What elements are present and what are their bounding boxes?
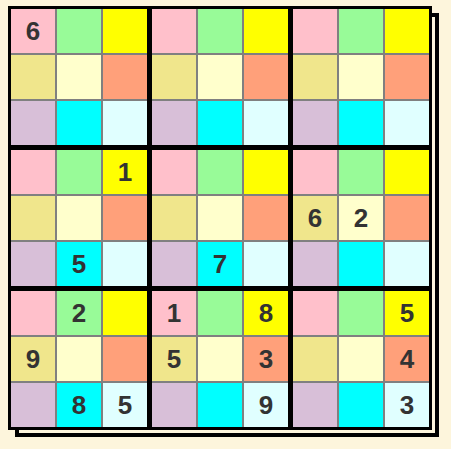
cell-r4c2[interactable]	[57, 150, 101, 194]
page: 615762298518539543	[0, 0, 451, 430]
cell-r6c1[interactable]	[11, 242, 55, 286]
cell-r6c2[interactable]: 5	[57, 242, 101, 286]
cell-r3c6[interactable]	[244, 101, 288, 145]
cell-r2c1[interactable]	[11, 55, 55, 99]
box-8: 18539	[152, 291, 288, 427]
cell-r5c2[interactable]	[57, 196, 101, 240]
cell-r8c5[interactable]	[198, 337, 242, 381]
cell-r5c9[interactable]	[385, 196, 429, 240]
cell-r6c3[interactable]	[103, 242, 147, 286]
box-4: 15	[11, 150, 147, 286]
sudoku-board-wrapper: 615762298518539543	[8, 6, 432, 430]
cell-r8c3[interactable]	[103, 337, 147, 381]
cell-r7c2[interactable]: 2	[57, 291, 101, 335]
cell-r4c5[interactable]	[198, 150, 242, 194]
box-5: 7	[152, 150, 288, 286]
cell-r8c8[interactable]	[339, 337, 383, 381]
cell-r8c4[interactable]: 5	[152, 337, 196, 381]
cell-r9c7[interactable]	[293, 383, 337, 427]
cell-r9c5[interactable]	[198, 383, 242, 427]
cell-r7c8[interactable]	[339, 291, 383, 335]
cell-r1c1[interactable]: 6	[11, 9, 55, 53]
cell-r3c2[interactable]	[57, 101, 101, 145]
cell-r3c7[interactable]	[293, 101, 337, 145]
cell-r1c9[interactable]	[385, 9, 429, 53]
cell-r2c8[interactable]	[339, 55, 383, 99]
box-7: 2985	[11, 291, 147, 427]
cell-r7c9[interactable]: 5	[385, 291, 429, 335]
cell-r6c8[interactable]	[339, 242, 383, 286]
box-1: 6	[11, 9, 147, 145]
cell-r7c4[interactable]: 1	[152, 291, 196, 335]
cell-r3c9[interactable]	[385, 101, 429, 145]
cell-r6c6[interactable]	[244, 242, 288, 286]
cell-r4c4[interactable]	[152, 150, 196, 194]
cell-r3c4[interactable]	[152, 101, 196, 145]
cell-r9c2[interactable]: 8	[57, 383, 101, 427]
cell-r1c6[interactable]	[244, 9, 288, 53]
cell-r4c8[interactable]	[339, 150, 383, 194]
cell-r5c1[interactable]	[11, 196, 55, 240]
box-6: 62	[293, 150, 429, 286]
cell-r4c7[interactable]	[293, 150, 337, 194]
cell-r2c9[interactable]	[385, 55, 429, 99]
cell-r5c7[interactable]: 6	[293, 196, 337, 240]
cell-r6c7[interactable]	[293, 242, 337, 286]
cell-r6c4[interactable]	[152, 242, 196, 286]
cell-r1c7[interactable]	[293, 9, 337, 53]
cell-r2c5[interactable]	[198, 55, 242, 99]
cell-r2c4[interactable]	[152, 55, 196, 99]
cell-r5c5[interactable]	[198, 196, 242, 240]
sudoku-board: 615762298518539543	[8, 6, 432, 430]
cell-r8c2[interactable]	[57, 337, 101, 381]
cell-r2c3[interactable]	[103, 55, 147, 99]
cell-r1c8[interactable]	[339, 9, 383, 53]
cell-r3c8[interactable]	[339, 101, 383, 145]
cell-r5c6[interactable]	[244, 196, 288, 240]
cell-r3c5[interactable]	[198, 101, 242, 145]
cell-r8c9[interactable]: 4	[385, 337, 429, 381]
cell-r4c6[interactable]	[244, 150, 288, 194]
cell-r7c3[interactable]	[103, 291, 147, 335]
box-2	[152, 9, 288, 145]
cell-r8c7[interactable]	[293, 337, 337, 381]
cell-r3c1[interactable]	[11, 101, 55, 145]
cell-r7c1[interactable]	[11, 291, 55, 335]
cell-r4c3[interactable]: 1	[103, 150, 147, 194]
cell-r9c3[interactable]: 5	[103, 383, 147, 427]
cell-r8c1[interactable]: 9	[11, 337, 55, 381]
cell-r2c7[interactable]	[293, 55, 337, 99]
cell-r1c5[interactable]	[198, 9, 242, 53]
cell-r5c3[interactable]	[103, 196, 147, 240]
cell-r6c5[interactable]: 7	[198, 242, 242, 286]
box-3	[293, 9, 429, 145]
cell-r3c3[interactable]	[103, 101, 147, 145]
cell-r2c6[interactable]	[244, 55, 288, 99]
cell-r7c7[interactable]	[293, 291, 337, 335]
cell-r5c4[interactable]	[152, 196, 196, 240]
cell-r6c9[interactable]	[385, 242, 429, 286]
cell-r4c1[interactable]	[11, 150, 55, 194]
cell-r1c2[interactable]	[57, 9, 101, 53]
cell-r1c4[interactable]	[152, 9, 196, 53]
cell-r5c8[interactable]: 2	[339, 196, 383, 240]
cell-r1c3[interactable]	[103, 9, 147, 53]
cell-r9c8[interactable]	[339, 383, 383, 427]
cell-r9c9[interactable]: 3	[385, 383, 429, 427]
cell-r7c5[interactable]	[198, 291, 242, 335]
cell-r8c6[interactable]: 3	[244, 337, 288, 381]
cell-r9c1[interactable]	[11, 383, 55, 427]
cell-r4c9[interactable]	[385, 150, 429, 194]
cell-r7c6[interactable]: 8	[244, 291, 288, 335]
cell-r9c4[interactable]	[152, 383, 196, 427]
box-9: 543	[293, 291, 429, 427]
cell-r2c2[interactable]	[57, 55, 101, 99]
cell-r9c6[interactable]: 9	[244, 383, 288, 427]
